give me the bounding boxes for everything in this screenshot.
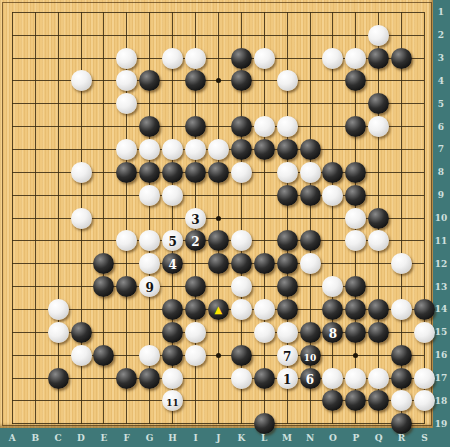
- stone-black-R16: [391, 345, 412, 366]
- stone-white-M15: [277, 322, 298, 343]
- stone-black-G6: [139, 116, 160, 137]
- col-label-P: P: [352, 433, 359, 443]
- move-number-label: 5: [168, 235, 176, 249]
- move-number-label: 3: [191, 213, 199, 227]
- col-label-H: H: [168, 433, 177, 443]
- stone-black-P4: [345, 70, 366, 91]
- stone-black-K6: [231, 116, 252, 137]
- stone-white-O3: [322, 48, 343, 69]
- stone-black-I14: [185, 299, 206, 320]
- col-label-B: B: [31, 433, 39, 443]
- stone-white-I3: [185, 48, 206, 69]
- col-label-I: I: [193, 433, 197, 443]
- stone-black-Q10: [368, 208, 389, 229]
- stone-black-P6: [345, 116, 366, 137]
- stone-black-G4: [139, 70, 160, 91]
- stone-black-L7: [254, 139, 275, 160]
- stone-black-K3: [231, 48, 252, 69]
- stone-black-J11: [208, 230, 229, 251]
- move-number-label: 11: [166, 398, 179, 408]
- stone-white-Q2: [368, 25, 389, 46]
- col-label-Q: Q: [375, 433, 383, 443]
- stone-black-M12: [277, 253, 298, 274]
- triangle-mark-icon: ▲: [208, 299, 229, 320]
- move-number-label: 6: [306, 373, 314, 387]
- stone-black-N17-move-6: 6: [300, 368, 321, 389]
- stone-black-O14: [322, 299, 343, 320]
- stone-black-H16: [162, 345, 183, 366]
- stone-white-J7: [208, 139, 229, 160]
- stone-white-O17: [322, 368, 343, 389]
- stone-white-F3: [116, 48, 137, 69]
- col-label-K: K: [237, 433, 245, 443]
- stone-black-M11: [277, 230, 298, 251]
- stone-white-K13: [231, 276, 252, 297]
- stone-white-P10: [345, 208, 366, 229]
- stone-white-R12: [391, 253, 412, 274]
- stone-white-H17: [162, 368, 183, 389]
- stone-black-P13: [345, 276, 366, 297]
- stone-white-L3: [254, 48, 275, 69]
- col-label-L: L: [261, 433, 267, 443]
- stone-black-J14: ▲: [208, 299, 229, 320]
- goban-frame: 35249▲87101611 ABCDEFGHIJKLMNOPQRS 12345…: [0, 0, 450, 447]
- stone-white-K17: [231, 368, 252, 389]
- stone-white-Q11: [368, 230, 389, 251]
- stone-black-N16-move-10: 10: [300, 345, 321, 366]
- stone-white-F7: [116, 139, 137, 160]
- col-label-M: M: [282, 433, 292, 443]
- col-label-D: D: [77, 433, 85, 443]
- stone-black-H8: [162, 162, 183, 183]
- row-label-2: 2: [438, 30, 444, 40]
- stone-black-I6: [185, 116, 206, 137]
- stone-black-P18: [345, 390, 366, 411]
- stone-white-L6: [254, 116, 275, 137]
- stone-white-L15: [254, 322, 275, 343]
- stone-black-R3: [391, 48, 412, 69]
- stone-white-F5: [116, 93, 137, 114]
- hoshi-point: [216, 353, 221, 358]
- stone-white-F11: [116, 230, 137, 251]
- stone-black-C17: [48, 368, 69, 389]
- col-label-E: E: [100, 433, 107, 443]
- stone-black-L17: [254, 368, 275, 389]
- stone-white-O13: [322, 276, 343, 297]
- stone-white-F4: [116, 70, 137, 91]
- stone-white-G12: [139, 253, 160, 274]
- grid-line-vertical: [332, 12, 333, 423]
- row-label-12: 12: [435, 259, 448, 269]
- stone-black-N9: [300, 185, 321, 206]
- grid-line-vertical: [424, 12, 425, 423]
- stone-black-J8: [208, 162, 229, 183]
- stone-white-S17: [414, 368, 435, 389]
- row-label-3: 3: [438, 53, 444, 63]
- stone-black-Q14: [368, 299, 389, 320]
- col-label-G: G: [146, 433, 154, 443]
- stone-white-G9: [139, 185, 160, 206]
- stone-black-F17: [116, 368, 137, 389]
- stone-black-G8: [139, 162, 160, 183]
- stone-white-G11: [139, 230, 160, 251]
- stone-black-M7: [277, 139, 298, 160]
- stone-black-L12: [254, 253, 275, 274]
- stone-white-M6: [277, 116, 298, 137]
- stone-white-H18-move-11: 11: [162, 390, 183, 411]
- row-label-4: 4: [438, 76, 444, 86]
- move-number-label: 2: [191, 235, 199, 249]
- stone-black-K12: [231, 253, 252, 274]
- stone-black-Q3: [368, 48, 389, 69]
- stone-black-Q18: [368, 390, 389, 411]
- stone-black-Q5: [368, 93, 389, 114]
- stone-black-I8: [185, 162, 206, 183]
- stone-black-M14: [277, 299, 298, 320]
- row-label-5: 5: [438, 99, 444, 109]
- row-label-19: 19: [435, 419, 448, 429]
- row-label-6: 6: [438, 122, 444, 132]
- stone-white-S15: [414, 322, 435, 343]
- stone-white-M17-move-1: 1: [277, 368, 298, 389]
- stone-black-E12: [93, 253, 114, 274]
- move-number-label: 7: [283, 350, 291, 364]
- stone-white-I15: [185, 322, 206, 343]
- stone-white-R18: [391, 390, 412, 411]
- stone-white-P11: [345, 230, 366, 251]
- stone-black-O18: [322, 390, 343, 411]
- stone-black-P9: [345, 185, 366, 206]
- move-number-label: 1: [283, 373, 291, 387]
- stone-white-G16: [139, 345, 160, 366]
- col-label-A: A: [9, 433, 16, 443]
- go-board[interactable]: 35249▲87101611: [0, 0, 433, 428]
- stone-white-H9: [162, 185, 183, 206]
- stone-white-K8: [231, 162, 252, 183]
- stone-white-G13-move-9: 9: [139, 276, 160, 297]
- stone-white-C14: [48, 299, 69, 320]
- col-label-O: O: [329, 433, 337, 443]
- stone-white-N12: [300, 253, 321, 274]
- stone-black-G17: [139, 368, 160, 389]
- hoshi-point: [216, 78, 221, 83]
- stone-black-I4: [185, 70, 206, 91]
- hoshi-point: [353, 353, 358, 358]
- stone-white-H7: [162, 139, 183, 160]
- col-label-R: R: [398, 433, 405, 443]
- stone-black-N15: [300, 322, 321, 343]
- stone-black-N7: [300, 139, 321, 160]
- stone-white-D16: [71, 345, 92, 366]
- move-number-label: 10: [304, 353, 317, 363]
- stone-black-M9: [277, 185, 298, 206]
- stone-black-Q15: [368, 322, 389, 343]
- stone-black-F8: [116, 162, 137, 183]
- stone-white-S18: [414, 390, 435, 411]
- col-label-S: S: [421, 433, 428, 443]
- stone-white-N8: [300, 162, 321, 183]
- stone-black-E13: [93, 276, 114, 297]
- row-label-14: 14: [435, 304, 448, 314]
- stone-black-L19: [254, 413, 275, 434]
- stone-white-I10-move-3: 3: [185, 208, 206, 229]
- stone-white-I16: [185, 345, 206, 366]
- col-label-N: N: [306, 433, 314, 443]
- stone-black-E16: [93, 345, 114, 366]
- row-label-9: 9: [438, 190, 444, 200]
- hoshi-point: [216, 216, 221, 221]
- stone-black-K16: [231, 345, 252, 366]
- stone-black-N11: [300, 230, 321, 251]
- row-label-13: 13: [435, 282, 448, 292]
- row-label-10: 10: [435, 213, 448, 223]
- stone-white-D8: [71, 162, 92, 183]
- stone-white-G7: [139, 139, 160, 160]
- stone-black-H15: [162, 322, 183, 343]
- row-label-15: 15: [435, 327, 448, 337]
- row-label-17: 17: [435, 373, 448, 383]
- stone-white-H11-move-5: 5: [162, 230, 183, 251]
- col-label-C: C: [55, 433, 62, 443]
- stone-black-P8: [345, 162, 366, 183]
- stone-white-M8: [277, 162, 298, 183]
- stone-black-I11-move-2: 2: [185, 230, 206, 251]
- stone-black-D15: [71, 322, 92, 343]
- stone-black-O8: [322, 162, 343, 183]
- stone-white-M16-move-7: 7: [277, 345, 298, 366]
- col-label-F: F: [124, 433, 130, 443]
- row-label-7: 7: [438, 144, 444, 154]
- stone-white-Q6: [368, 116, 389, 137]
- stone-white-H3: [162, 48, 183, 69]
- row-label-8: 8: [438, 167, 444, 177]
- move-number-label: 8: [329, 327, 337, 341]
- stone-white-I7: [185, 139, 206, 160]
- stone-white-P17: [345, 368, 366, 389]
- stone-black-O15-move-8: 8: [322, 322, 343, 343]
- move-number-label: 4: [168, 258, 176, 272]
- stone-black-F13: [116, 276, 137, 297]
- stone-black-P15: [345, 322, 366, 343]
- stone-white-C15: [48, 322, 69, 343]
- row-label-18: 18: [435, 396, 448, 406]
- row-label-11: 11: [435, 236, 448, 246]
- stone-black-K7: [231, 139, 252, 160]
- grid-line-vertical: [264, 12, 265, 423]
- stone-black-I13: [185, 276, 206, 297]
- col-label-J: J: [216, 433, 220, 443]
- stone-black-R17: [391, 368, 412, 389]
- move-number-label: 9: [146, 281, 154, 295]
- row-label-1: 1: [438, 7, 444, 17]
- stone-white-P3: [345, 48, 366, 69]
- row-label-16: 16: [435, 350, 448, 360]
- stone-white-Q17: [368, 368, 389, 389]
- stone-black-S14: [414, 299, 435, 320]
- stone-black-J12: [208, 253, 229, 274]
- stone-black-K4: [231, 70, 252, 91]
- stone-black-P14: [345, 299, 366, 320]
- stone-white-R14: [391, 299, 412, 320]
- stone-white-M4: [277, 70, 298, 91]
- stone-white-D10: [71, 208, 92, 229]
- stone-white-D4: [71, 70, 92, 91]
- stone-black-M13: [277, 276, 298, 297]
- stone-white-L14: [254, 299, 275, 320]
- stone-black-H12-move-4: 4: [162, 253, 183, 274]
- stone-black-H14: [162, 299, 183, 320]
- stone-white-K14: [231, 299, 252, 320]
- stone-white-O9: [322, 185, 343, 206]
- stone-white-K11: [231, 230, 252, 251]
- grid-line-horizontal: [12, 423, 424, 424]
